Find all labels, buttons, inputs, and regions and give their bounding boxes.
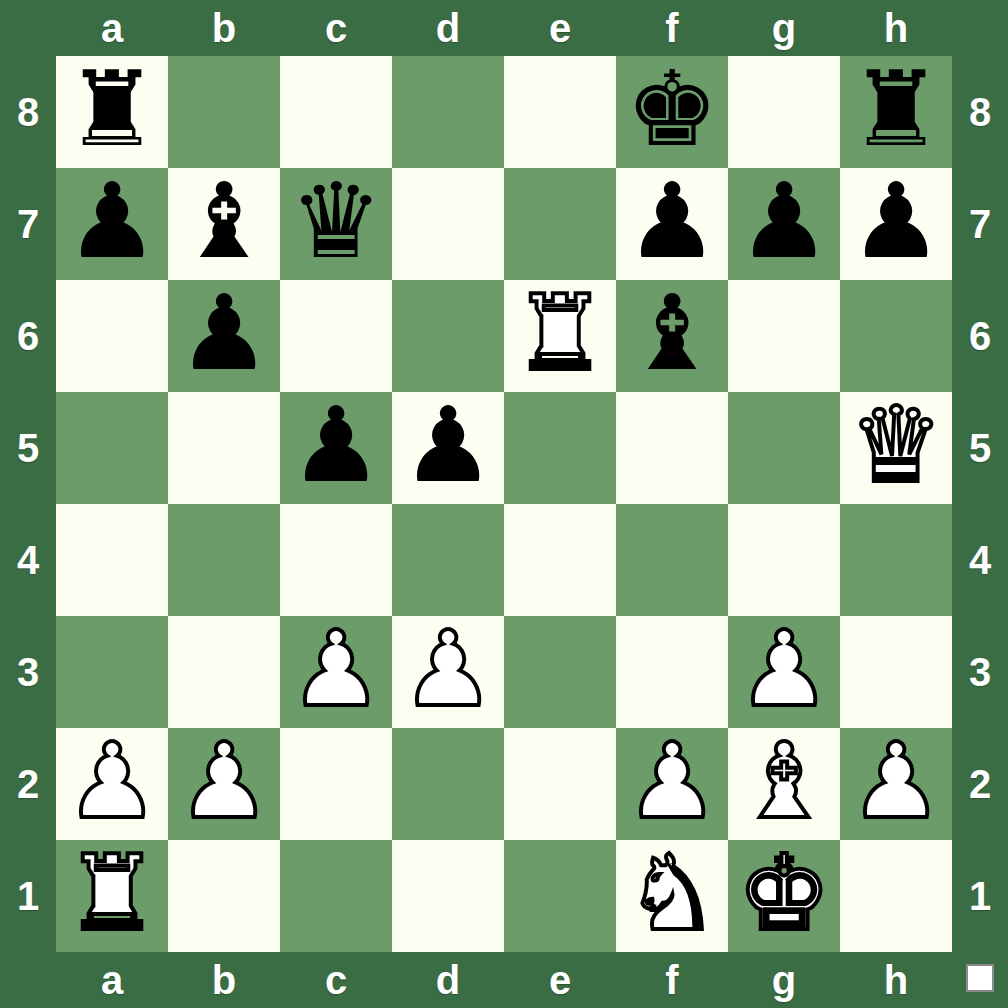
rank-label-1: 1 [0,840,56,952]
rank-label-5: 5 [952,392,1008,504]
square-c6[interactable] [280,280,392,392]
rank-label-3: 3 [0,616,56,728]
square-c3[interactable]: ♟︎ [280,616,392,728]
square-h4[interactable] [840,504,952,616]
square-h8[interactable]: ♜︎ [840,56,952,168]
square-b3[interactable] [168,616,280,728]
rank-labels-right: 87654321 [952,56,1008,952]
black-pawn: ♟︎ [625,169,718,273]
square-a7[interactable]: ♟︎ [56,168,168,280]
white-pawn: ♟︎ [849,729,942,833]
file-label-b: b [168,0,280,56]
square-d6[interactable] [392,280,504,392]
file-label-d: d [392,0,504,56]
square-g2[interactable]: ♝︎ [728,728,840,840]
square-b2[interactable]: ♟︎ [168,728,280,840]
black-bishop: ♝︎ [625,281,718,385]
square-g5[interactable] [728,392,840,504]
square-e5[interactable] [504,392,616,504]
rank-label-7: 7 [952,168,1008,280]
black-rook: ♜︎ [849,57,942,161]
black-king: ♚︎ [625,57,718,161]
square-b5[interactable] [168,392,280,504]
square-e7[interactable] [504,168,616,280]
square-e2[interactable] [504,728,616,840]
square-b6[interactable]: ♟︎ [168,280,280,392]
square-b8[interactable] [168,56,280,168]
square-d8[interactable] [392,56,504,168]
file-label-h: h [840,0,952,56]
square-d7[interactable] [392,168,504,280]
square-d3[interactable]: ♟︎ [392,616,504,728]
file-label-b: b [168,952,280,1008]
rank-label-4: 4 [952,504,1008,616]
square-a6[interactable] [56,280,168,392]
black-pawn: ♟︎ [289,393,382,497]
black-pawn: ♟︎ [737,169,830,273]
rank-label-7: 7 [0,168,56,280]
square-f5[interactable] [616,392,728,504]
black-rook: ♜︎ [65,57,158,161]
square-g7[interactable]: ♟︎ [728,168,840,280]
rank-label-6: 6 [0,280,56,392]
square-e8[interactable] [504,56,616,168]
black-pawn: ♟︎ [401,393,494,497]
square-f1[interactable]: ♞︎ [616,840,728,952]
white-pawn: ♟︎ [401,617,494,721]
square-c1[interactable] [280,840,392,952]
square-d5[interactable]: ♟︎ [392,392,504,504]
black-bishop: ♝︎ [177,169,270,273]
square-d4[interactable] [392,504,504,616]
square-g6[interactable] [728,280,840,392]
square-d2[interactable] [392,728,504,840]
white-rook: ♜︎ [65,841,158,945]
rank-label-5: 5 [0,392,56,504]
white-to-move-indicator [966,964,994,992]
rank-label-8: 8 [0,56,56,168]
square-f2[interactable]: ♟︎ [616,728,728,840]
square-e6[interactable]: ♜︎ [504,280,616,392]
square-c7[interactable]: ♛︎ [280,168,392,280]
square-f4[interactable] [616,504,728,616]
square-c4[interactable] [280,504,392,616]
square-c5[interactable]: ♟︎ [280,392,392,504]
black-pawn: ♟︎ [849,169,942,273]
file-label-g: g [728,0,840,56]
file-label-h: h [840,952,952,1008]
rank-label-2: 2 [0,728,56,840]
rank-label-3: 3 [952,616,1008,728]
chess-puzzle-diagram: abcdefgh 87654321 87654321 abcdefgh ♜︎♚︎… [0,0,1008,1008]
square-b7[interactable]: ♝︎ [168,168,280,280]
square-h2[interactable]: ♟︎ [840,728,952,840]
white-pawn: ♟︎ [737,617,830,721]
white-pawn: ♟︎ [289,617,382,721]
white-bishop: ♝︎ [737,729,830,833]
square-c2[interactable] [280,728,392,840]
rank-label-1: 1 [952,840,1008,952]
square-f7[interactable]: ♟︎ [616,168,728,280]
square-a1[interactable]: ♜︎ [56,840,168,952]
rank-label-6: 6 [952,280,1008,392]
white-knight: ♞︎ [625,841,718,945]
file-labels-top: abcdefgh [56,0,952,56]
square-g4[interactable] [728,504,840,616]
square-h1[interactable] [840,840,952,952]
square-g8[interactable] [728,56,840,168]
file-label-f: f [616,952,728,1008]
white-pawn: ♟︎ [65,729,158,833]
white-pawn: ♟︎ [177,729,270,833]
black-pawn: ♟︎ [177,281,270,385]
black-queen: ♛︎ [289,169,382,273]
square-h5[interactable]: ♛︎ [840,392,952,504]
file-label-a: a [56,952,168,1008]
square-h3[interactable] [840,616,952,728]
file-label-c: c [280,952,392,1008]
square-a4[interactable] [56,504,168,616]
file-label-d: d [392,952,504,1008]
square-g1[interactable]: ♚︎ [728,840,840,952]
square-e3[interactable] [504,616,616,728]
rank-label-8: 8 [952,56,1008,168]
rank-label-4: 4 [0,504,56,616]
square-d1[interactable] [392,840,504,952]
square-h6[interactable] [840,280,952,392]
square-b1[interactable] [168,840,280,952]
rank-labels-left: 87654321 [0,56,56,952]
white-rook: ♜︎ [513,281,606,385]
white-queen: ♛︎ [849,393,942,497]
file-label-f: f [616,0,728,56]
square-f8[interactable]: ♚︎ [616,56,728,168]
square-c8[interactable] [280,56,392,168]
square-e1[interactable] [504,840,616,952]
square-a3[interactable] [56,616,168,728]
rank-label-2: 2 [952,728,1008,840]
file-label-e: e [504,952,616,1008]
square-g3[interactable]: ♟︎ [728,616,840,728]
chess-board: ♜︎♚︎♜︎♟︎♝︎♛︎♟︎♟︎♟︎♟︎♜︎♝︎♟︎♟︎♛︎♟︎♟︎♟︎♟︎♟︎… [56,56,952,952]
black-pawn: ♟︎ [65,169,158,273]
file-label-a: a [56,0,168,56]
file-label-g: g [728,952,840,1008]
square-f3[interactable] [616,616,728,728]
white-king: ♚︎ [737,841,830,945]
file-label-c: c [280,0,392,56]
square-a2[interactable]: ♟︎ [56,728,168,840]
file-label-e: e [504,0,616,56]
file-labels-bottom: abcdefgh [56,952,952,1008]
square-h7[interactable]: ♟︎ [840,168,952,280]
square-b4[interactable] [168,504,280,616]
square-a5[interactable] [56,392,168,504]
square-a8[interactable]: ♜︎ [56,56,168,168]
square-f6[interactable]: ♝︎ [616,280,728,392]
square-e4[interactable] [504,504,616,616]
white-pawn: ♟︎ [625,729,718,833]
